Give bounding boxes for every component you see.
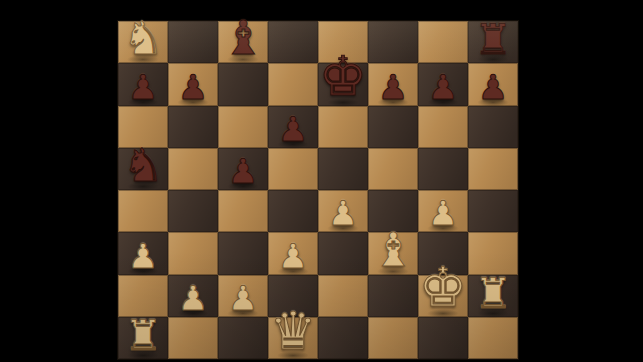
piece-black-pawn-d6[interactable]: ♟ <box>268 112 318 146</box>
square-b1[interactable] <box>168 317 218 359</box>
piece-black-rook-h8[interactable]: ♜ <box>468 19 518 61</box>
square-h1[interactable] <box>468 317 518 359</box>
square-a4[interactable] <box>118 190 168 232</box>
square-f1[interactable] <box>368 317 418 359</box>
piece-black-knight-a5[interactable]: ♞ <box>118 142 168 188</box>
piece-black-pawn-a7[interactable]: ♟ <box>118 70 168 104</box>
square-h4[interactable] <box>468 190 518 232</box>
square-b5[interactable] <box>168 148 218 190</box>
square-e3[interactable] <box>318 232 368 274</box>
square-g8[interactable] <box>418 21 468 63</box>
chess-board: ♞♝♜♟♟♚♟♟♟♟♞♟♟♟♟♟♝♟♟♚♜♜♛ <box>118 21 518 359</box>
piece-white-knight-a8[interactable]: ♞ <box>118 15 168 61</box>
piece-white-king-g2[interactable]: ♚ <box>418 261 468 315</box>
square-c6[interactable] <box>218 106 268 148</box>
square-g5[interactable] <box>418 148 468 190</box>
square-d7[interactable] <box>268 63 318 105</box>
square-c3[interactable] <box>218 232 268 274</box>
square-b6[interactable] <box>168 106 218 148</box>
piece-white-pawn-e4[interactable]: ♟ <box>318 196 368 230</box>
piece-black-pawn-f7[interactable]: ♟ <box>368 70 418 104</box>
piece-white-bishop-f3[interactable]: ♝ <box>368 226 418 273</box>
square-g1[interactable] <box>418 317 468 359</box>
square-h6[interactable] <box>468 106 518 148</box>
piece-white-pawn-d3[interactable]: ♟ <box>268 239 318 273</box>
piece-black-pawn-h7[interactable]: ♟ <box>468 70 518 104</box>
piece-white-pawn-b2[interactable]: ♟ <box>168 281 218 315</box>
piece-white-pawn-g4[interactable]: ♟ <box>418 196 468 230</box>
square-c7[interactable] <box>218 63 268 105</box>
piece-white-pawn-a3[interactable]: ♟ <box>118 239 168 273</box>
piece-black-king-e7[interactable]: ♚ <box>318 50 368 104</box>
piece-white-rook-a1[interactable]: ♜ <box>118 315 168 357</box>
piece-black-bishop-c8[interactable]: ♝ <box>218 14 268 61</box>
piece-black-pawn-b7[interactable]: ♟ <box>168 70 218 104</box>
square-e2[interactable] <box>318 275 368 317</box>
square-d8[interactable] <box>268 21 318 63</box>
square-b4[interactable] <box>168 190 218 232</box>
piece-black-pawn-c5[interactable]: ♟ <box>218 154 268 188</box>
square-h5[interactable] <box>468 148 518 190</box>
piece-black-pawn-g7[interactable]: ♟ <box>418 70 468 104</box>
square-f5[interactable] <box>368 148 418 190</box>
app-window: ♞♝♜♟♟♚♟♟♟♟♞♟♟♟♟♟♝♟♟♚♜♜♛ <box>0 0 643 362</box>
square-f8[interactable] <box>368 21 418 63</box>
square-e5[interactable] <box>318 148 368 190</box>
piece-white-queen-d1[interactable]: ♛ <box>268 305 318 357</box>
piece-white-rook-h2[interactable]: ♜ <box>468 273 518 315</box>
square-g6[interactable] <box>418 106 468 148</box>
square-b8[interactable] <box>168 21 218 63</box>
square-f6[interactable] <box>368 106 418 148</box>
square-c1[interactable] <box>218 317 268 359</box>
square-e6[interactable] <box>318 106 368 148</box>
piece-white-pawn-c2[interactable]: ♟ <box>218 281 268 315</box>
square-c4[interactable] <box>218 190 268 232</box>
square-f2[interactable] <box>368 275 418 317</box>
square-b3[interactable] <box>168 232 218 274</box>
square-d4[interactable] <box>268 190 318 232</box>
square-e1[interactable] <box>318 317 368 359</box>
square-d5[interactable] <box>268 148 318 190</box>
